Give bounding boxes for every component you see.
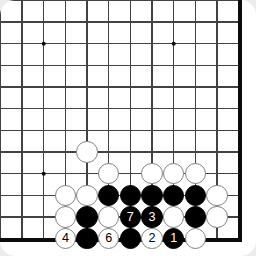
stone-white-S2[interactable] — [206, 206, 227, 227]
stone-black-M1[interactable] — [76, 228, 97, 249]
stone-white-N1-move-6[interactable]: 6 — [98, 228, 119, 249]
stone-black-P2-move-3[interactable]: 3 — [141, 206, 162, 227]
stone-white-N2[interactable] — [98, 206, 119, 227]
stone-black-Q1-move-1[interactable]: 1 — [163, 228, 184, 249]
stone-white-Q4[interactable] — [163, 163, 184, 184]
stone-white-P1-move-2[interactable]: 2 — [141, 228, 162, 249]
stone-black-R3[interactable] — [185, 185, 206, 206]
stone-black-P3[interactable] — [141, 185, 162, 206]
stone-white-L3[interactable] — [55, 185, 76, 206]
stone-white-P4[interactable] — [141, 163, 162, 184]
stone-white-N4[interactable] — [98, 163, 119, 184]
stone-white-M3[interactable] — [76, 185, 97, 206]
go-board-grid[interactable]: 462731 — [0, 0, 249, 249]
stone-black-N3[interactable] — [98, 185, 119, 206]
stone-black-O3[interactable] — [120, 185, 141, 206]
stone-black-R2[interactable] — [185, 206, 206, 227]
stone-white-Q2[interactable] — [163, 206, 184, 227]
stone-white-M5[interactable] — [76, 141, 97, 162]
stone-black-M2[interactable] — [76, 206, 97, 227]
go-diagram-screenshot: 462731 — [0, 0, 256, 256]
stone-black-O1[interactable] — [120, 228, 141, 249]
stone-white-L1-move-4[interactable]: 4 — [55, 228, 76, 249]
stone-white-L2[interactable] — [55, 206, 76, 227]
stone-white-R4[interactable] — [185, 163, 206, 184]
stone-black-Q3[interactable] — [163, 185, 184, 206]
stone-white-R1[interactable] — [185, 228, 206, 249]
page: { "game": "go", "board_size": 19, "view"… — [0, 0, 256, 256]
stone-white-S3[interactable] — [206, 185, 227, 206]
stone-black-O2-move-7[interactable]: 7 — [120, 206, 141, 227]
